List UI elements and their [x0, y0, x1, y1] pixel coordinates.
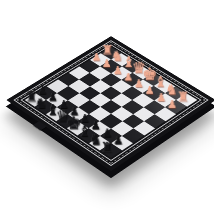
square: ♟	[132, 80, 153, 94]
chess-board: ♜♞♝♛♚♝♞♜♟♟♟♟♟♟♟♟♟♟♟♟♟♟♟♟♜♞♝♛♚♝♞♜	[6, 36, 214, 171]
product-photo: ♜♞♝♛♚♝♞♜♟♟♟♟♟♟♟♟♟♟♟♟♟♟♟♟♜♞♝♛♚♝♞♜	[0, 0, 214, 214]
square: ♟	[154, 93, 176, 107]
scene: ♜♞♝♛♚♝♞♜♟♟♟♟♟♟♟♟♟♟♟♟♟♟♟♟♜♞♝♛♚♝♞♜	[0, 0, 214, 214]
square: ♟	[165, 100, 187, 114]
square	[111, 107, 133, 121]
board-grid: ♜♞♝♛♚♝♞♜♟♟♟♟♟♟♟♟♟♟♟♟♟♟♟♟♜♞♝♛♚♝♞♜	[25, 47, 198, 158]
clasp-latch-icon	[33, 122, 47, 131]
chess-piece-white-pawn: ♟	[131, 79, 146, 89]
board-frame-inner-border: ♜♞♝♛♚♝♞♜♟♟♟♟♟♟♟♟♟♟♟♟♟♟♟♟♜♞♝♛♚♝♞♜	[20, 44, 201, 161]
chess-piece-black-pawn: ♟	[99, 128, 115, 138]
chess-piece-black-rook: ♜	[24, 90, 39, 102]
board-frame-border: ♜♞♝♛♚♝♞♜♟♟♟♟♟♟♟♟♟♟♟♟♟♟♟♟♜♞♝♛♚♝♞♜	[13, 40, 208, 166]
square: ♚	[143, 73, 164, 86]
chess-piece-black-pawn: ♟	[35, 86, 50, 96]
